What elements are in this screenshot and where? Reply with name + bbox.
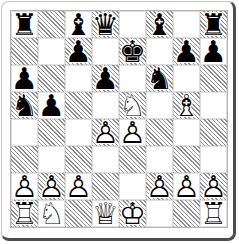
- square-d7[interactable]: [92, 38, 119, 65]
- square-d6[interactable]: ♟♟: [92, 65, 119, 92]
- piece-halo: ♟: [38, 92, 65, 119]
- square-g3[interactable]: [173, 146, 200, 173]
- piece-halo: ♛: [92, 200, 119, 227]
- square-b8[interactable]: [38, 11, 65, 38]
- square-a5[interactable]: ♞♞: [11, 92, 38, 119]
- white-bishop[interactable]: ♗: [173, 92, 200, 119]
- piece-halo: ♚: [119, 200, 146, 227]
- square-f3[interactable]: [146, 146, 173, 173]
- black-pawn[interactable]: ♟: [11, 65, 38, 92]
- square-c8[interactable]: ♝♝: [65, 11, 92, 38]
- white-pawn[interactable]: ♙: [200, 173, 227, 200]
- square-e2[interactable]: [119, 173, 146, 200]
- square-a6[interactable]: ♟♟: [11, 65, 38, 92]
- square-a4[interactable]: [11, 119, 38, 146]
- square-f4[interactable]: [146, 119, 173, 146]
- white-queen[interactable]: ♕: [92, 200, 119, 227]
- square-b2[interactable]: ♟♙: [38, 173, 65, 200]
- piece-halo: ♜: [200, 200, 227, 227]
- piece-halo: ♝: [173, 92, 200, 119]
- square-h4[interactable]: [200, 119, 227, 146]
- black-rook[interactable]: ♜: [11, 11, 38, 38]
- white-pawn[interactable]: ♙: [119, 119, 146, 146]
- white-pawn[interactable]: ♙: [146, 173, 173, 200]
- square-d2[interactable]: [92, 173, 119, 200]
- square-f1[interactable]: [146, 200, 173, 227]
- square-d3[interactable]: [92, 146, 119, 173]
- white-king[interactable]: ♔: [119, 200, 146, 227]
- white-pawn[interactable]: ♙: [65, 173, 92, 200]
- piece-halo: ♟: [38, 173, 65, 200]
- square-d5[interactable]: [92, 92, 119, 119]
- white-pawn[interactable]: ♙: [38, 173, 65, 200]
- piece-halo: ♟: [92, 65, 119, 92]
- square-h2[interactable]: ♟♙: [200, 173, 227, 200]
- piece-halo: ♟: [11, 65, 38, 92]
- white-knight[interactable]: ♘: [38, 200, 65, 227]
- white-rook[interactable]: ♖: [11, 200, 38, 227]
- white-knight[interactable]: ♘: [119, 92, 146, 119]
- square-g1[interactable]: [173, 200, 200, 227]
- piece-halo: ♞: [119, 92, 146, 119]
- piece-halo: ♟: [173, 38, 200, 65]
- square-d1[interactable]: ♛♕: [92, 200, 119, 227]
- square-c1[interactable]: [65, 200, 92, 227]
- square-e1[interactable]: ♚♔: [119, 200, 146, 227]
- black-knight[interactable]: ♞: [11, 92, 38, 119]
- square-g4[interactable]: [173, 119, 200, 146]
- square-a7[interactable]: [11, 38, 38, 65]
- black-pawn[interactable]: ♟: [38, 92, 65, 119]
- black-bishop[interactable]: ♝: [146, 11, 173, 38]
- square-c7[interactable]: ♟♟: [65, 38, 92, 65]
- white-pawn[interactable]: ♙: [92, 119, 119, 146]
- square-e3[interactable]: [119, 146, 146, 173]
- square-f8[interactable]: ♝♝: [146, 11, 173, 38]
- piece-halo: ♝: [146, 11, 173, 38]
- square-e7[interactable]: ♚♚: [119, 38, 146, 65]
- square-f7[interactable]: [146, 38, 173, 65]
- square-g8[interactable]: [173, 11, 200, 38]
- white-rook[interactable]: ♖: [200, 200, 227, 227]
- square-a1[interactable]: ♜♖: [11, 200, 38, 227]
- square-h1[interactable]: ♜♖: [200, 200, 227, 227]
- black-pawn[interactable]: ♟: [173, 38, 200, 65]
- piece-halo: ♞: [146, 65, 173, 92]
- square-g7[interactable]: ♟♟: [173, 38, 200, 65]
- piece-halo: ♟: [65, 38, 92, 65]
- piece-halo: ♟: [65, 173, 92, 200]
- piece-halo: ♟: [146, 173, 173, 200]
- square-d8[interactable]: ♛♛: [92, 11, 119, 38]
- square-e5[interactable]: ♞♘: [119, 92, 146, 119]
- square-f2[interactable]: ♟♙: [146, 173, 173, 200]
- square-a3[interactable]: [11, 146, 38, 173]
- square-b7[interactable]: [38, 38, 65, 65]
- square-b1[interactable]: ♞♘: [38, 200, 65, 227]
- square-b6[interactable]: [38, 65, 65, 92]
- white-pawn[interactable]: ♙: [11, 173, 38, 200]
- square-f6[interactable]: ♞♞: [146, 65, 173, 92]
- white-pawn[interactable]: ♙: [173, 173, 200, 200]
- square-c4[interactable]: [65, 119, 92, 146]
- black-knight[interactable]: ♞: [146, 65, 173, 92]
- square-f5[interactable]: [146, 92, 173, 119]
- square-h6[interactable]: [200, 65, 227, 92]
- square-h7[interactable]: ♟♟: [200, 38, 227, 65]
- square-c6[interactable]: [65, 65, 92, 92]
- chess-board: ♜♜♝♝♛♛♝♝♜♜♟♟♚♚♟♟♟♟♟♟♟♟♞♞♞♞♟♟♞♘♝♗♟♙♟♙♟♙♟♙…: [10, 10, 228, 228]
- piece-halo: ♜: [11, 200, 38, 227]
- square-g2[interactable]: ♟♙: [173, 173, 200, 200]
- square-c3[interactable]: [65, 146, 92, 173]
- piece-halo: ♞: [11, 92, 38, 119]
- piece-halo: ♟: [200, 38, 227, 65]
- square-e4[interactable]: ♟♙: [119, 119, 146, 146]
- black-queen[interactable]: ♛: [92, 11, 119, 38]
- black-king[interactable]: ♚: [119, 38, 146, 65]
- piece-halo: ♜: [11, 11, 38, 38]
- square-d4[interactable]: ♟♙: [92, 119, 119, 146]
- square-a2[interactable]: ♟♙: [11, 173, 38, 200]
- diagram-frame: ♜♜♝♝♛♛♝♝♜♜♟♟♚♚♟♟♟♟♟♟♟♟♞♞♞♞♟♟♞♘♝♗♟♙♟♙♟♙♟♙…: [1, 1, 236, 241]
- black-bishop[interactable]: ♝: [65, 11, 92, 38]
- piece-halo: ♟: [119, 119, 146, 146]
- piece-halo: ♟: [92, 119, 119, 146]
- square-g6[interactable]: [173, 65, 200, 92]
- piece-halo: ♞: [38, 200, 65, 227]
- square-e8[interactable]: [119, 11, 146, 38]
- black-pawn[interactable]: ♟: [200, 38, 227, 65]
- square-a8[interactable]: ♜♜: [11, 11, 38, 38]
- square-b5[interactable]: ♟♟: [38, 92, 65, 119]
- piece-halo: ♟: [173, 173, 200, 200]
- square-c2[interactable]: ♟♙: [65, 173, 92, 200]
- square-b4[interactable]: [38, 119, 65, 146]
- square-g5[interactable]: ♝♗: [173, 92, 200, 119]
- square-h5[interactable]: [200, 92, 227, 119]
- black-pawn[interactable]: ♟: [65, 38, 92, 65]
- square-e6[interactable]: [119, 65, 146, 92]
- square-c5[interactable]: [65, 92, 92, 119]
- piece-halo: ♛: [92, 11, 119, 38]
- piece-halo: ♝: [65, 11, 92, 38]
- black-rook[interactable]: ♜: [200, 11, 227, 38]
- piece-halo: ♟: [200, 173, 227, 200]
- square-h8[interactable]: ♜♜: [200, 11, 227, 38]
- piece-halo: ♜: [200, 11, 227, 38]
- square-h3[interactable]: [200, 146, 227, 173]
- piece-halo: ♟: [11, 173, 38, 200]
- square-b3[interactable]: [38, 146, 65, 173]
- black-pawn[interactable]: ♟: [92, 65, 119, 92]
- piece-halo: ♚: [119, 38, 146, 65]
